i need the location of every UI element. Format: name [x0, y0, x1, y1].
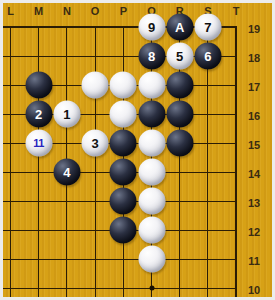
black-stone-P14 [110, 159, 137, 186]
white-stone-Q19-move-9: 9 [138, 14, 165, 41]
white-stone-Q13 [138, 188, 165, 215]
column-label-M: M [34, 5, 43, 17]
black-stone-P12 [110, 217, 137, 244]
row-label-14: 14 [248, 168, 260, 180]
black-stone-Q16 [138, 101, 165, 128]
column-label-P: P [120, 5, 127, 17]
black-stone-M17 [25, 72, 52, 99]
column-label-T: T [233, 5, 240, 17]
black-stone-R16 [166, 101, 193, 128]
black-stone-P13 [110, 188, 137, 215]
column-label-O: O [91, 5, 100, 17]
black-stone-R17 [166, 72, 193, 99]
stone-label-A: A [175, 21, 184, 34]
white-stone-Q12 [138, 217, 165, 244]
stone-label-11: 11 [33, 138, 44, 149]
stone-label-1: 1 [63, 108, 70, 121]
go-diagram: LMNOPQRST19181716151413121110 9A78562111… [0, 0, 275, 300]
white-stone-P17 [110, 72, 137, 99]
grid-line-col-O [95, 27, 96, 300]
stone-label-4: 4 [63, 166, 70, 179]
grid-line-col-T [235, 27, 237, 300]
white-stone-O17 [82, 72, 109, 99]
grid-line-col-L [10, 27, 11, 300]
row-label-13: 13 [248, 197, 260, 209]
star-point-Q10 [149, 286, 154, 291]
black-stone-Q18-move-8: 8 [138, 43, 165, 70]
row-label-19: 19 [248, 23, 260, 35]
stone-label-7: 7 [204, 21, 211, 34]
row-label-10: 10 [248, 284, 260, 296]
row-label-17: 17 [248, 81, 260, 93]
black-stone-P15 [110, 130, 137, 157]
black-stone-M16-move-2: 2 [25, 101, 52, 128]
row-label-16: 16 [248, 110, 260, 122]
stone-label-8: 8 [148, 50, 155, 63]
stone-label-5: 5 [176, 50, 183, 63]
column-label-N: N [63, 5, 71, 17]
stone-label-2: 2 [35, 108, 42, 121]
black-stone-S18-move-6: 6 [194, 43, 221, 70]
white-stone-Q15 [138, 130, 165, 157]
row-label-18: 18 [248, 52, 260, 64]
white-stone-Q11 [138, 246, 165, 273]
black-stone-R15 [166, 130, 193, 157]
white-stone-O15-move-3: 3 [82, 130, 109, 157]
column-label-L: L [7, 5, 14, 17]
white-stone-M15-move-11: 11 [25, 130, 52, 157]
black-stone-R19-move-A: A [166, 14, 193, 41]
row-label-12: 12 [248, 226, 260, 238]
grid-line-row-10 [0, 288, 237, 289]
stone-label-6: 6 [204, 50, 211, 63]
black-stone-N14-move-4: 4 [53, 159, 80, 186]
row-label-11: 11 [248, 255, 260, 267]
white-stone-P16 [110, 101, 137, 128]
white-stone-S19-move-7: 7 [194, 14, 221, 41]
white-stone-Q14 [138, 159, 165, 186]
stone-label-9: 9 [148, 21, 155, 34]
white-stone-Q17 [138, 72, 165, 99]
stone-label-3: 3 [91, 137, 98, 150]
grid-line-row-11 [0, 259, 237, 260]
white-stone-R18-move-5: 5 [166, 43, 193, 70]
row-label-15: 15 [248, 139, 260, 151]
grid-line-col-M [38, 27, 39, 300]
white-stone-N16-move-1: 1 [53, 101, 80, 128]
